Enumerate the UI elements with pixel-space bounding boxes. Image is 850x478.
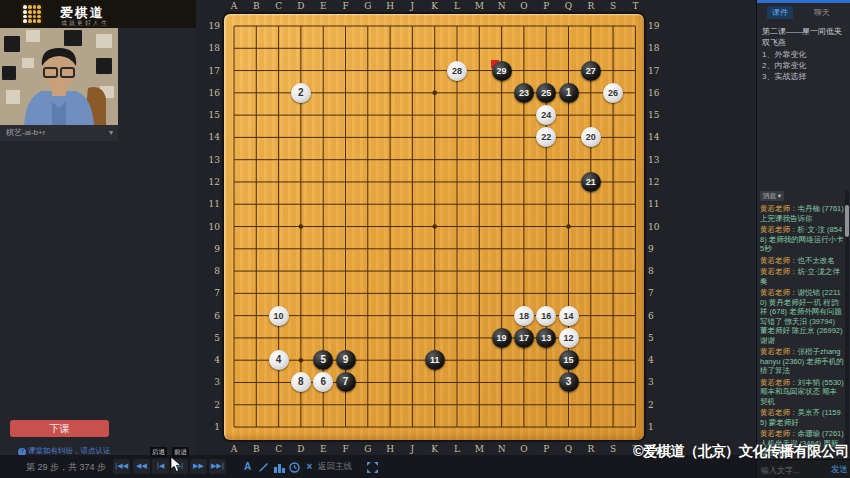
coordinate-label: C <box>271 444 287 454</box>
coordinate-label: O <box>516 1 532 11</box>
logo-tagline: 成就更好人生 <box>61 19 109 28</box>
stone-black-R17: 27 <box>581 61 601 81</box>
video-menu-icon[interactable]: ▾ <box>109 125 113 141</box>
coordinate-label: 15 <box>200 110 220 120</box>
timer-tool-button[interactable] <box>287 459 302 474</box>
expand-icon <box>367 462 378 473</box>
video-title: 棋艺-ai-b+r <box>6 128 45 137</box>
chat-message: 黄若老师：刘丰韬 (5530) 顺丰和鸟回家状态 顺丰契机 <box>760 378 844 407</box>
coordinate-label: C <box>271 1 287 11</box>
stone-black-N5: 19 <box>492 328 512 348</box>
outline-item-1: 1、外靠变化 <box>762 49 848 60</box>
nav-first-button[interactable]: |◀◀ <box>113 459 130 474</box>
coordinate-label: 17 <box>200 66 220 76</box>
coordinate-label: E <box>315 444 331 454</box>
coordinate-label: R <box>583 444 599 454</box>
nav-last-button[interactable]: ▶▶| <box>209 459 226 474</box>
coordinate-label: S <box>605 1 621 11</box>
stone-white-Q5: 12 <box>559 328 579 348</box>
pencil-icon <box>258 462 269 473</box>
go-classroom-app: 爱棋道 成就更好人生 <box>0 0 850 478</box>
coordinate-label: S <box>605 444 621 454</box>
coordinate-label: F <box>338 444 354 454</box>
chat-message: 黄若老师：韦丹楠 (7761) 上完课我告诉你 <box>760 204 844 223</box>
coordinate-label: E <box>315 1 331 11</box>
coordinate-label: 12 <box>200 177 220 187</box>
send-button[interactable]: 发送 <box>831 464 848 476</box>
coordinate-label: 4 <box>200 355 220 365</box>
chat-message: 黄若老师：张楷子zhanghanyu (2360) 老师手机的猜了算法 <box>760 347 844 376</box>
coordinate-label: H <box>382 1 398 11</box>
right-panel: 课件 聊天 第二课——星一间低夹双飞燕 1、外靠变化 2、内靠变化 3、实战选择… <box>756 0 850 478</box>
stone-white-Q6: 14 <box>559 306 579 326</box>
coordinate-label: 16 <box>648 88 668 98</box>
coordinate-label: 12 <box>648 177 668 187</box>
coordinate-label: T <box>627 1 643 11</box>
coordinate-label: 5 <box>200 333 220 343</box>
stone-black-O16: 23 <box>514 83 534 103</box>
stone-black-F4: 9 <box>336 350 356 370</box>
coordinate-label: J <box>404 444 420 454</box>
coordinate-label: 16 <box>200 88 220 98</box>
chat-scrollbar[interactable] <box>845 190 849 456</box>
iqidao-logo-icon <box>21 3 43 25</box>
coordinate-label: P <box>538 444 554 454</box>
chat-message: 黄若老师：纺·立·泷之伴奏 <box>760 267 844 286</box>
coordinate-label: N <box>494 444 510 454</box>
left-sidebar: 爱棋道 成就更好人生 <box>0 0 196 455</box>
coordinate-label: 11 <box>200 199 220 209</box>
coordinate-label: 19 <box>648 21 668 31</box>
stone-black-Q3: 3 <box>559 372 579 392</box>
move-counter: 第 29 步，共 374 步 <box>26 461 106 474</box>
coordinate-label: A <box>226 444 242 454</box>
nav-back-button[interactable]: |◀ <box>152 459 169 474</box>
nav-back-fast-button[interactable]: ◀◀ <box>133 459 150 474</box>
coordinate-label: 9 <box>200 244 220 254</box>
chat-message: 黄若老师：析·文·汶 (8548) 老师我的网络运行小卡5秒 <box>760 225 844 254</box>
chat-message: 黄若老师：谢悦铭 (22110) 黄丹老师好一玑 程韵祥 (678) 老师外网有… <box>760 288 844 345</box>
stone-white-C4: 4 <box>269 350 289 370</box>
coordinate-label: J <box>404 1 420 11</box>
coordinate-label: D <box>293 444 309 454</box>
coordinate-label: 8 <box>648 266 668 276</box>
coordinate-label: 10 <box>200 222 220 232</box>
nav-forward-fast-button[interactable]: ▶▶ <box>190 459 207 474</box>
stone-white-O6: 18 <box>514 306 534 326</box>
tooltip-back: 后退 <box>150 447 167 457</box>
coordinate-label: 3 <box>648 377 668 387</box>
chat-message: 黄若老师：吴京齐 (11595) 蒙老师好 <box>760 408 844 427</box>
coordinate-label: 10 <box>648 222 668 232</box>
coordinate-label: N <box>494 1 510 11</box>
stone-black-R12: 21 <box>581 172 601 192</box>
coordinate-label: 1 <box>200 422 220 432</box>
coordinate-label: F <box>338 1 354 11</box>
coordinate-label: H <box>382 444 398 454</box>
coordinate-label: 8 <box>200 266 220 276</box>
coordinate-label: 18 <box>648 43 668 53</box>
coordinate-label: 18 <box>200 43 220 53</box>
stone-white-P6: 16 <box>536 306 556 326</box>
coordinate-label: D <box>293 1 309 11</box>
bar-chart-icon <box>274 462 285 473</box>
lesson-title: 第二课——星一间低夹双飞燕 <box>762 26 848 48</box>
coordinate-label: T <box>627 444 643 454</box>
coordinate-label: M <box>471 1 487 11</box>
stone-white-D16: 2 <box>291 83 311 103</box>
stone-white-L17: 28 <box>447 61 467 81</box>
chat-message: 黄若老师：也不太改名 <box>760 256 844 266</box>
chat-message: 黄若老师：余珊瑜 (7261) 人机坐天湿 (3464) 周新疑惑得多 <box>760 429 844 456</box>
return-mainline-button[interactable]: 返回主线 <box>318 459 352 474</box>
outline-item-2: 2、内靠变化 <box>762 60 848 71</box>
clear-tool-button[interactable]: × <box>302 459 317 474</box>
label-tool-button[interactable]: A <box>240 459 255 474</box>
coordinate-label: 9 <box>648 244 668 254</box>
lesson-outline: 第二课——星一间低夹双飞燕 1、外靠变化 2、内靠变化 3、实战选择 <box>762 26 848 82</box>
video-title-bar[interactable]: 棋艺-ai-b+r ▾ <box>0 125 118 141</box>
coordinate-label: 11 <box>648 199 668 209</box>
coordinate-label: K <box>427 444 443 454</box>
coordinate-label: 13 <box>200 155 220 165</box>
stone-black-Q16: 1 <box>559 83 579 103</box>
bottom-toolbar: 第 29 步，共 374 步 |◀◀ ◀◀ |◀ ▶| ▶▶ ▶▶| 后退 前进… <box>0 455 756 478</box>
stone-black-O5: 17 <box>514 328 534 348</box>
clock-icon <box>289 462 300 473</box>
chart-tool-button[interactable] <box>272 459 287 474</box>
coordinate-label: 7 <box>200 288 220 298</box>
coordinate-label: 7 <box>648 288 668 298</box>
tooltip-forward: 前进 <box>172 447 189 457</box>
stone-white-C6: 10 <box>269 306 289 326</box>
chat-message-list[interactable]: 黄若老师：韦丹楠 (7761) 上完课我告诉你黄若老师：析·文·汶 (8548)… <box>760 204 844 456</box>
stone-black-K4: 11 <box>425 350 445 370</box>
tab-courseware[interactable]: 课件 <box>767 6 793 19</box>
nav-forward-button[interactable]: ▶| <box>171 459 188 474</box>
coordinate-label: L <box>449 1 465 11</box>
coordinate-label: G <box>360 444 376 454</box>
coordinate-label: P <box>538 1 554 11</box>
coordinate-label: 2 <box>648 400 668 410</box>
outline-item-3: 3、实战选择 <box>762 71 848 82</box>
board-zone: 1234567891011121314151617181920212223242… <box>196 0 756 455</box>
coordinate-label: 13 <box>648 155 668 165</box>
coordinate-label: Q <box>561 444 577 454</box>
coordinate-label: 2 <box>200 400 220 410</box>
coordinate-label: 3 <box>200 377 220 387</box>
stone-white-S16: 26 <box>603 83 623 103</box>
chat-filter-dropdown[interactable]: 消息 ▾ <box>760 191 784 201</box>
coordinate-label: 14 <box>200 132 220 142</box>
coordinate-label: O <box>516 444 532 454</box>
stone-black-Q4: 15 <box>559 350 579 370</box>
coordinate-label: M <box>471 444 487 454</box>
stone-black-P16: 25 <box>536 83 556 103</box>
coordinate-label: 19 <box>200 21 220 31</box>
coordinate-label: A <box>226 1 242 11</box>
dispute-notice-text: 课堂如有纠纷，请点认证 <box>28 446 111 455</box>
coordinate-label: K <box>427 1 443 11</box>
logo-bar: 爱棋道 成就更好人生 <box>0 0 196 28</box>
coordinate-label: 6 <box>200 311 220 321</box>
coordinate-label: 5 <box>648 333 668 343</box>
stone-black-F3: 7 <box>336 372 356 392</box>
coordinate-label: B <box>248 444 264 454</box>
panel-accent-bar <box>757 0 850 3</box>
fullscreen-tool-button[interactable] <box>365 459 380 474</box>
stone-black-P5: 13 <box>536 328 556 348</box>
coordinate-label: 14 <box>648 132 668 142</box>
stone-black-N17: 29 <box>492 61 512 81</box>
coordinate-label: B <box>248 1 264 11</box>
coordinate-label: 4 <box>648 355 668 365</box>
coordinate-label: 6 <box>648 311 668 321</box>
chat-scrollbar-thumb[interactable] <box>845 205 849 237</box>
instructor-video <box>0 28 118 125</box>
coordinate-label: R <box>583 1 599 11</box>
chat-input-bar: 输入文字... 发送 <box>757 459 850 478</box>
end-class-button[interactable]: 下课 <box>10 420 109 437</box>
coordinate-label: G <box>360 1 376 11</box>
draw-tool-button[interactable] <box>256 459 271 474</box>
coordinate-label: 1 <box>648 422 668 432</box>
coordinate-label: 17 <box>648 66 668 76</box>
tab-chat[interactable]: 聊天 <box>809 6 835 19</box>
go-board[interactable]: 1234567891011121314151617181920212223242… <box>224 14 644 440</box>
coordinate-label: L <box>449 444 465 454</box>
coordinate-label: 15 <box>648 110 668 120</box>
coordinate-label: Q <box>561 1 577 11</box>
chat-input-field[interactable]: 输入文字... <box>761 465 800 476</box>
